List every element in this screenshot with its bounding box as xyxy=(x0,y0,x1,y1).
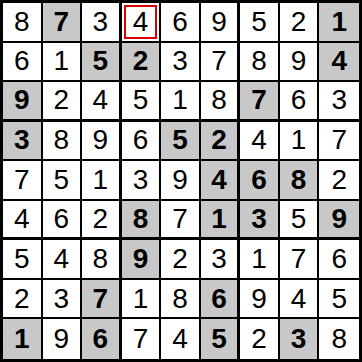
cell-value: 5 xyxy=(54,166,70,194)
cell-r4c5[interactable]: 5 xyxy=(161,122,201,162)
cell-r4c9[interactable]: 7 xyxy=(319,122,359,162)
cell-r8c9[interactable]: 5 xyxy=(319,280,359,320)
cell-r5c2[interactable]: 5 xyxy=(43,161,83,201)
cell-value: 3 xyxy=(93,8,109,36)
cell-value: 6 xyxy=(331,245,347,273)
cell-value: 1 xyxy=(251,245,267,273)
cell-r2c5[interactable]: 3 xyxy=(161,43,201,83)
cell-value: 9 xyxy=(251,285,267,313)
cell-value: 6 xyxy=(172,8,188,36)
cell-r3c9[interactable]: 3 xyxy=(319,82,359,122)
cell-value: 5 xyxy=(291,205,307,233)
cell-value: 3 xyxy=(291,325,307,353)
cell-r3c3[interactable]: 4 xyxy=(82,82,122,122)
cell-r7c9[interactable]: 6 xyxy=(319,240,359,280)
cell-value: 4 xyxy=(172,325,188,353)
cell-value: 6 xyxy=(251,166,267,194)
cell-r9c3[interactable]: 6 xyxy=(82,319,122,359)
cell-r6c6[interactable]: 1 xyxy=(201,201,241,241)
cell-value: 9 xyxy=(172,166,188,194)
cell-value: 9 xyxy=(93,126,109,154)
cell-r6c1[interactable]: 4 xyxy=(3,201,43,241)
cell-r8c6[interactable]: 6 xyxy=(201,280,241,320)
cell-value: 6 xyxy=(211,285,227,313)
cell-r5c8[interactable]: 8 xyxy=(280,161,320,201)
cell-value: 2 xyxy=(211,126,227,154)
cell-value: 9 xyxy=(133,245,149,273)
cell-r2c1[interactable]: 6 xyxy=(3,43,43,83)
cell-value: 4 xyxy=(331,47,347,75)
cell-value: 8 xyxy=(133,205,149,233)
cell-r2c2[interactable]: 1 xyxy=(43,43,83,83)
cell-value: 7 xyxy=(172,205,188,233)
cell-r5c4[interactable]: 3 xyxy=(122,161,162,201)
cell-r6c9[interactable]: 9 xyxy=(319,201,359,241)
cell-value: 7 xyxy=(211,47,227,75)
cell-value: 8 xyxy=(172,285,188,313)
cell-value: 3 xyxy=(211,245,227,273)
cell-r9c9[interactable]: 8 xyxy=(319,319,359,359)
cell-r3c5[interactable]: 1 xyxy=(161,82,201,122)
cell-value: 6 xyxy=(133,126,149,154)
cell-r2c3[interactable]: 5 xyxy=(82,43,122,83)
cell-value: 3 xyxy=(133,166,149,194)
cell-r6c5[interactable]: 7 xyxy=(161,201,201,241)
cell-r3c6[interactable]: 8 xyxy=(201,82,241,122)
cell-value: 5 xyxy=(211,325,227,353)
cell-value: 6 xyxy=(14,47,30,75)
cell-r2c9[interactable]: 4 xyxy=(319,43,359,83)
cell-r4c2[interactable]: 8 xyxy=(43,122,83,162)
cell-value: 7 xyxy=(54,8,70,36)
cell-value: 9 xyxy=(211,8,227,36)
cell-r7c8[interactable]: 7 xyxy=(280,240,320,280)
cell-r6c3[interactable]: 2 xyxy=(82,201,122,241)
cell-r4c3[interactable]: 9 xyxy=(82,122,122,162)
cell-r6c4[interactable]: 8 xyxy=(122,201,162,241)
cell-r1c2[interactable]: 7 xyxy=(43,3,83,43)
cell-value: 8 xyxy=(54,126,70,154)
cell-r1c1[interactable]: 8 xyxy=(3,3,43,43)
cell-value: 5 xyxy=(93,47,109,75)
cell-value: 1 xyxy=(54,47,70,75)
cell-r3c8[interactable]: 6 xyxy=(280,82,320,122)
cell-r5c3[interactable]: 1 xyxy=(82,161,122,201)
cell-value: 4 xyxy=(291,285,307,313)
cell-r7c2[interactable]: 4 xyxy=(43,240,83,280)
cell-r8c8[interactable]: 4 xyxy=(280,280,320,320)
cell-value: 6 xyxy=(54,205,70,233)
cell-value: 7 xyxy=(14,166,30,194)
cell-r9c4[interactable]: 7 xyxy=(122,319,162,359)
cell-r5c6[interactable]: 4 xyxy=(201,161,241,201)
cell-value: 4 xyxy=(14,205,30,233)
cell-r3c1[interactable]: 9 xyxy=(3,82,43,122)
cell-value: 6 xyxy=(291,86,307,114)
cell-r4c6[interactable]: 2 xyxy=(201,122,241,162)
cell-r7c3[interactable]: 8 xyxy=(82,240,122,280)
cell-value: 7 xyxy=(291,245,307,273)
cell-value: 5 xyxy=(251,8,267,36)
cell-r5c5[interactable]: 9 xyxy=(161,161,201,201)
cell-r8c3[interactable]: 7 xyxy=(82,280,122,320)
cell-value: 4 xyxy=(133,8,149,36)
cell-r4c4[interactable]: 6 xyxy=(122,122,162,162)
cell-r1c6[interactable]: 9 xyxy=(201,3,241,43)
cell-r6c8[interactable]: 5 xyxy=(280,201,320,241)
cell-r1c4[interactable]: 4 xyxy=(122,3,162,43)
cell-value: 2 xyxy=(93,205,109,233)
cell-value: 4 xyxy=(54,245,70,273)
cell-value: 1 xyxy=(133,285,149,313)
cell-value: 4 xyxy=(251,126,267,154)
sudoku-board: 8734695216152378949245187633896524177513… xyxy=(0,0,362,362)
cell-value: 3 xyxy=(54,285,70,313)
cell-r7c5[interactable]: 2 xyxy=(161,240,201,280)
cell-r4c1[interactable]: 3 xyxy=(3,122,43,162)
cell-value: 1 xyxy=(291,126,307,154)
cell-r2c4[interactable]: 2 xyxy=(122,43,162,83)
cell-r1c5[interactable]: 6 xyxy=(161,3,201,43)
cell-value: 2 xyxy=(54,86,70,114)
cell-r7c4[interactable]: 9 xyxy=(122,240,162,280)
cell-value: 2 xyxy=(14,285,30,313)
cell-value: 9 xyxy=(54,325,70,353)
cell-value: 8 xyxy=(251,47,267,75)
cell-value: 5 xyxy=(331,285,347,313)
cell-r5c1[interactable]: 7 xyxy=(3,161,43,201)
cell-r7c7[interactable]: 1 xyxy=(240,240,280,280)
cell-value: 5 xyxy=(14,245,30,273)
cell-value: 8 xyxy=(14,8,30,36)
cell-value: 3 xyxy=(172,47,188,75)
cell-r3c7[interactable]: 7 xyxy=(240,82,280,122)
cell-r8c4[interactable]: 1 xyxy=(122,280,162,320)
cell-value: 3 xyxy=(251,205,267,233)
cell-r6c7[interactable]: 3 xyxy=(240,201,280,241)
cell-value: 3 xyxy=(331,86,347,114)
cell-r9c5[interactable]: 4 xyxy=(161,319,201,359)
cell-value: 5 xyxy=(133,86,149,114)
cell-value: 6 xyxy=(93,325,109,353)
cell-r9c6[interactable]: 5 xyxy=(201,319,241,359)
cell-r7c6[interactable]: 3 xyxy=(201,240,241,280)
cell-value: 7 xyxy=(331,126,347,154)
cell-r5c7[interactable]: 6 xyxy=(240,161,280,201)
cell-r9c7[interactable]: 2 xyxy=(240,319,280,359)
cell-value: 1 xyxy=(14,325,30,353)
cell-value: 7 xyxy=(93,285,109,313)
cell-r4c8[interactable]: 1 xyxy=(280,122,320,162)
cell-value: 5 xyxy=(172,126,188,154)
cell-value: 1 xyxy=(172,86,188,114)
cell-value: 8 xyxy=(291,166,307,194)
cell-r1c7[interactable]: 5 xyxy=(240,3,280,43)
cell-value: 8 xyxy=(93,245,109,273)
cell-value: 4 xyxy=(211,166,227,194)
cell-r4c7[interactable]: 4 xyxy=(240,122,280,162)
cell-r8c1[interactable]: 2 xyxy=(3,280,43,320)
cell-value: 3 xyxy=(14,126,30,154)
cell-r2c8[interactable]: 9 xyxy=(280,43,320,83)
cell-r6c2[interactable]: 6 xyxy=(43,201,83,241)
cell-value: 7 xyxy=(251,86,267,114)
cell-r9c8[interactable]: 3 xyxy=(280,319,320,359)
cell-value: 8 xyxy=(211,86,227,114)
cell-value: 9 xyxy=(331,205,347,233)
cell-r3c2[interactable]: 2 xyxy=(43,82,83,122)
cell-r1c3[interactable]: 3 xyxy=(82,3,122,43)
cell-value: 8 xyxy=(331,325,347,353)
cell-value: 7 xyxy=(133,325,149,353)
cell-value: 9 xyxy=(291,47,307,75)
cell-r5c9[interactable]: 2 xyxy=(319,161,359,201)
cell-r9c2[interactable]: 9 xyxy=(43,319,83,359)
cell-value: 2 xyxy=(331,166,347,194)
cell-r1c8[interactable]: 2 xyxy=(280,3,320,43)
cell-r7c1[interactable]: 5 xyxy=(3,240,43,280)
cell-value: 4 xyxy=(93,86,109,114)
cell-value: 2 xyxy=(251,325,267,353)
cell-r3c4[interactable]: 5 xyxy=(122,82,162,122)
cell-r9c1[interactable]: 1 xyxy=(3,319,43,359)
cell-r8c5[interactable]: 8 xyxy=(161,280,201,320)
cell-r2c7[interactable]: 8 xyxy=(240,43,280,83)
cell-value: 1 xyxy=(211,205,227,233)
cell-value: 2 xyxy=(133,47,149,75)
cell-r2c6[interactable]: 7 xyxy=(201,43,241,83)
cell-r8c2[interactable]: 3 xyxy=(43,280,83,320)
cell-value: 2 xyxy=(291,8,307,36)
cell-r1c9[interactable]: 1 xyxy=(319,3,359,43)
cell-value: 2 xyxy=(172,245,188,273)
cell-value: 1 xyxy=(93,166,109,194)
cell-r8c7[interactable]: 9 xyxy=(240,280,280,320)
cell-value: 1 xyxy=(331,8,347,36)
cell-value: 9 xyxy=(14,86,30,114)
